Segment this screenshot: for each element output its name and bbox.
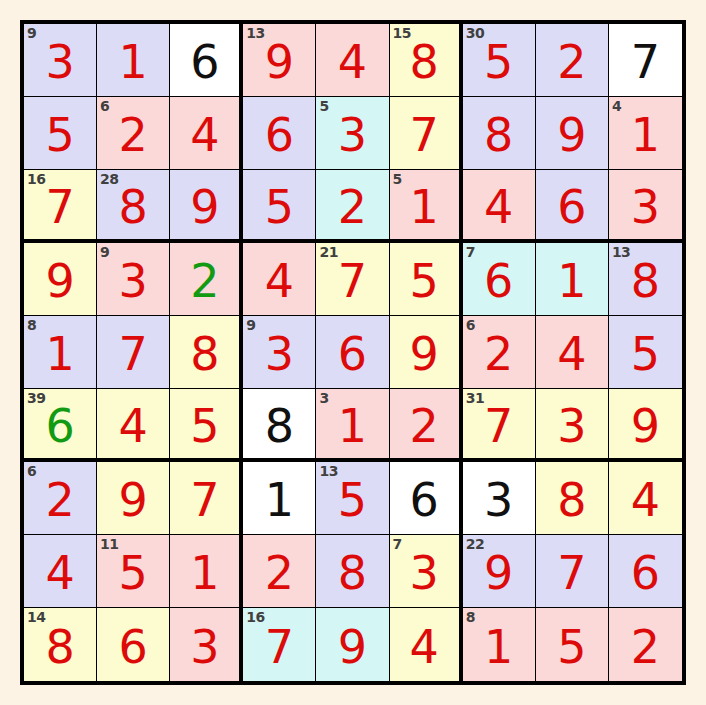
cell-digit: 2: [609, 608, 682, 681]
cage-sum: 6: [100, 98, 109, 114]
cell-digit: 5: [243, 170, 315, 239]
cell-digit: 9: [97, 462, 169, 534]
cage-sum: 7: [393, 536, 402, 552]
cell-r1c8[interactable]: 2: [536, 24, 609, 97]
cage-sum: 6: [466, 317, 475, 333]
cell-r7c6[interactable]: 6: [390, 462, 463, 535]
cell-digit: 9: [609, 389, 682, 458]
cell-r8c4[interactable]: 2: [243, 535, 316, 608]
cell-digit: 5: [170, 389, 239, 458]
cell-digit: 6: [97, 608, 169, 681]
cell-digit: 1: [536, 243, 608, 315]
cell-digit: 9: [536, 97, 608, 169]
cell-r7c4[interactable]: 1: [243, 462, 316, 535]
cell-r5c4[interactable]: 93: [243, 316, 316, 389]
cell-digit: 8: [463, 97, 535, 169]
cell-r8c8[interactable]: 7: [536, 535, 609, 608]
cell-r6c6[interactable]: 2: [390, 389, 463, 462]
cell-r4c8[interactable]: 1: [536, 243, 609, 316]
cell-r2c6[interactable]: 7: [390, 97, 463, 170]
cell-digit: 8: [536, 462, 608, 534]
cell-r3c2[interactable]: 288: [97, 170, 170, 243]
cell-r9c1[interactable]: 148: [24, 608, 97, 681]
cell-r2c5[interactable]: 53: [316, 97, 389, 170]
cell-r5c3[interactable]: 8: [170, 316, 243, 389]
cell-r1c3[interactable]: 6: [170, 24, 243, 97]
cell-digit: 4: [316, 24, 388, 96]
cage-sum: 9: [27, 25, 36, 41]
cell-digit: 3: [536, 389, 608, 458]
cell-digit: 5: [536, 608, 608, 681]
cage-sum: 4: [612, 98, 621, 114]
cell-r3c7[interactable]: 4: [463, 170, 536, 243]
cell-digit: 6: [170, 24, 239, 96]
cell-digit: 4: [24, 535, 96, 607]
cell-r7c9[interactable]: 4: [609, 462, 682, 535]
cell-r7c8[interactable]: 8: [536, 462, 609, 535]
cage-sum: 13: [612, 244, 630, 260]
cell-r2c2[interactable]: 62: [97, 97, 170, 170]
cell-r1c9[interactable]: 7: [609, 24, 682, 97]
cell-r9c3[interactable]: 3: [170, 608, 243, 681]
cell-digit: 4: [536, 316, 608, 388]
cell-r9c6[interactable]: 4: [390, 608, 463, 681]
cell-digit: 4: [243, 243, 315, 315]
cell-r9c5[interactable]: 9: [316, 608, 389, 681]
cell-digit: 9: [170, 170, 239, 239]
cell-r3c5[interactable]: 2: [316, 170, 389, 243]
cell-r1c1[interactable]: 93: [24, 24, 97, 97]
cell-r9c8[interactable]: 5: [536, 608, 609, 681]
cell-r4c5[interactable]: 217: [316, 243, 389, 316]
cell-digit: 7: [536, 535, 608, 607]
cage-sum: 5: [393, 171, 402, 187]
cell-r7c3[interactable]: 7: [170, 462, 243, 535]
cell-digit: 1: [97, 24, 169, 96]
cell-digit: 5: [609, 316, 682, 388]
cell-r4c2[interactable]: 93: [97, 243, 170, 316]
cell-r8c9[interactable]: 6: [609, 535, 682, 608]
cell-digit: 9: [316, 608, 388, 681]
cell-digit: 8: [316, 535, 388, 607]
cell-digit: 3: [463, 462, 535, 534]
cell-digit: 4: [463, 170, 535, 239]
cell-r6c1[interactable]: 396: [24, 389, 97, 462]
cell-r4c1[interactable]: 9: [24, 243, 97, 316]
cell-digit: 6: [316, 316, 388, 388]
cell-r3c1[interactable]: 167: [24, 170, 97, 243]
cell-r8c1[interactable]: 4: [24, 535, 97, 608]
cell-r7c1[interactable]: 62: [24, 462, 97, 535]
cell-r6c8[interactable]: 3: [536, 389, 609, 462]
cell-r2c1[interactable]: 5: [24, 97, 97, 170]
cell-r9c7[interactable]: 81: [463, 608, 536, 681]
cell-r8c6[interactable]: 73: [390, 535, 463, 608]
cell-r3c8[interactable]: 6: [536, 170, 609, 243]
cell-r5c2[interactable]: 7: [97, 316, 170, 389]
cell-digit: 2: [536, 24, 608, 96]
cell-r1c4[interactable]: 139: [243, 24, 316, 97]
cell-r4c6[interactable]: 5: [390, 243, 463, 316]
cage-sum: 5: [319, 98, 328, 114]
cell-r3c4[interactable]: 5: [243, 170, 316, 243]
cell-r4c9[interactable]: 138: [609, 243, 682, 316]
cell-r5c1[interactable]: 81: [24, 316, 97, 389]
cell-digit: 4: [170, 97, 239, 169]
cell-r6c9[interactable]: 9: [609, 389, 682, 462]
cell-r6c5[interactable]: 31: [316, 389, 389, 462]
cage-sum: 14: [27, 609, 45, 625]
cell-r4c3[interactable]: 2: [170, 243, 243, 316]
cell-digit: 7: [609, 24, 682, 96]
cage-sum: 16: [246, 609, 264, 625]
cell-digit: 1: [243, 462, 315, 534]
cell-r5c8[interactable]: 4: [536, 316, 609, 389]
cell-digit: 6: [609, 535, 682, 607]
cage-sum: 21: [319, 244, 337, 260]
cell-digit: 4: [97, 389, 169, 458]
cell-r8c5[interactable]: 8: [316, 535, 389, 608]
cage-sum: 39: [27, 390, 45, 406]
cell-r2c8[interactable]: 9: [536, 97, 609, 170]
cell-digit: 4: [609, 462, 682, 534]
cage-sum: 13: [319, 463, 337, 479]
cell-digit: 6: [536, 170, 608, 239]
cell-r2c7[interactable]: 8: [463, 97, 536, 170]
cell-r1c2[interactable]: 1: [97, 24, 170, 97]
cell-r3c3[interactable]: 9: [170, 170, 243, 243]
cell-digit: 9: [390, 316, 459, 388]
cage-sum: 15: [393, 25, 411, 41]
cell-r3c9[interactable]: 3: [609, 170, 682, 243]
cell-r9c4[interactable]: 167: [243, 608, 316, 681]
cell-digit: 2: [170, 243, 239, 315]
cell-r4c7[interactable]: 76: [463, 243, 536, 316]
cage-sum: 8: [466, 609, 475, 625]
cell-r6c7[interactable]: 317: [463, 389, 536, 462]
cage-sum: 16: [27, 171, 45, 187]
cell-r4c4[interactable]: 4: [243, 243, 316, 316]
cell-digit: 8: [243, 389, 315, 458]
cell-digit: 1: [170, 535, 239, 607]
cell-digit: 9: [24, 243, 96, 315]
cage-sum: 7: [466, 244, 475, 260]
cell-r8c7[interactable]: 229: [463, 535, 536, 608]
cage-sum: 11: [100, 536, 118, 552]
sudoku-board: 9316139415830527562465378941167288952514…: [20, 20, 686, 685]
cell-r9c9[interactable]: 2: [609, 608, 682, 681]
cage-sum: 22: [466, 536, 484, 552]
cell-r1c5[interactable]: 4: [316, 24, 389, 97]
cell-digit: 2: [390, 389, 459, 458]
cage-sum: 9: [100, 244, 109, 260]
cage-sum: 8: [27, 317, 36, 333]
cage-sum: 30: [466, 25, 484, 41]
cell-digit: 5: [390, 243, 459, 315]
cell-r5c5[interactable]: 6: [316, 316, 389, 389]
cell-digit: 3: [170, 608, 239, 681]
cell-r7c2[interactable]: 9: [97, 462, 170, 535]
cage-sum: 31: [466, 390, 484, 406]
cell-r9c2[interactable]: 6: [97, 608, 170, 681]
cell-r5c9[interactable]: 5: [609, 316, 682, 389]
cell-r6c2[interactable]: 4: [97, 389, 170, 462]
cell-r1c6[interactable]: 158: [390, 24, 463, 97]
cell-r6c4[interactable]: 8: [243, 389, 316, 462]
cell-r7c7[interactable]: 3: [463, 462, 536, 535]
cell-digit: 8: [170, 316, 239, 388]
cell-digit: 7: [97, 316, 169, 388]
cell-r8c3[interactable]: 1: [170, 535, 243, 608]
cell-digit: 3: [609, 170, 682, 239]
cell-r2c4[interactable]: 6: [243, 97, 316, 170]
cell-digit: 7: [390, 97, 459, 169]
cell-r6c3[interactable]: 5: [170, 389, 243, 462]
cell-r5c6[interactable]: 9: [390, 316, 463, 389]
cell-r2c3[interactable]: 4: [170, 97, 243, 170]
cell-r7c5[interactable]: 135: [316, 462, 389, 535]
cell-digit: 2: [243, 535, 315, 607]
cell-r2c9[interactable]: 41: [609, 97, 682, 170]
cell-r3c6[interactable]: 51: [390, 170, 463, 243]
cage-sum: 6: [27, 463, 36, 479]
cell-digit: 2: [316, 170, 388, 239]
cell-r8c2[interactable]: 115: [97, 535, 170, 608]
cage-sum: 3: [319, 390, 328, 406]
cage-sum: 9: [246, 317, 255, 333]
cell-digit: 7: [170, 462, 239, 534]
cell-digit: 6: [243, 97, 315, 169]
cell-digit: 4: [390, 608, 459, 681]
cell-digit: 6: [390, 462, 459, 534]
cell-r1c7[interactable]: 305: [463, 24, 536, 97]
cage-sum: 28: [100, 171, 118, 187]
cell-digit: 5: [24, 97, 96, 169]
cage-sum: 13: [246, 25, 264, 41]
cell-r5c7[interactable]: 62: [463, 316, 536, 389]
